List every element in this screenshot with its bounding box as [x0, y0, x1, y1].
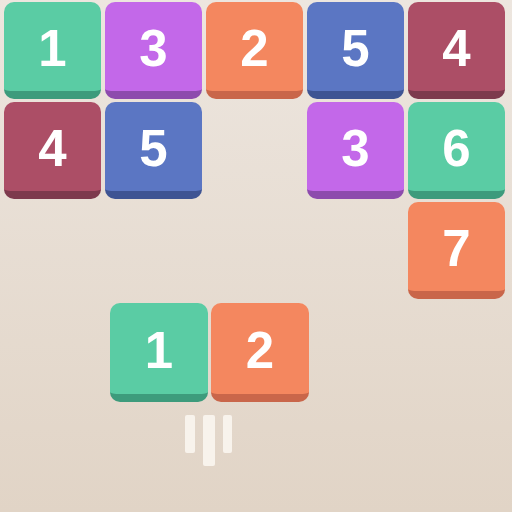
- tile-r3c5[interactable]: 7: [408, 202, 505, 299]
- tile-r1c3[interactable]: 2: [206, 2, 303, 99]
- tile-r2c4[interactable]: 3: [307, 102, 404, 199]
- game-screen: 1325445367 12: [0, 0, 512, 512]
- tile-r1c2[interactable]: 3: [105, 2, 202, 99]
- aim-bar-right: [223, 415, 232, 453]
- tile-number: 2: [240, 23, 268, 74]
- tile-number: 1: [38, 23, 66, 74]
- tile-r1c4[interactable]: 5: [307, 2, 404, 99]
- aim-bar-left: [185, 415, 195, 453]
- tile-number: 5: [341, 23, 369, 74]
- tile-r2c2[interactable]: 5: [105, 102, 202, 199]
- tile-r1c5[interactable]: 4: [408, 2, 505, 99]
- tile-r1c1[interactable]: 1: [4, 2, 101, 99]
- tile-number: 2: [246, 325, 274, 376]
- tile-number: 3: [139, 23, 167, 74]
- tile-number: 7: [442, 223, 470, 274]
- tile-number: 1: [145, 325, 173, 376]
- aim-bar-middle: [203, 415, 215, 466]
- tile-r2c1[interactable]: 4: [4, 102, 101, 199]
- tile-number: 5: [139, 123, 167, 174]
- tile-number: 4: [442, 23, 470, 74]
- launcher-tile-2[interactable]: 2: [211, 303, 309, 402]
- tile-grid: 1325445367: [0, 0, 512, 512]
- launcher-tile-1[interactable]: 1: [110, 303, 208, 402]
- tile-number: 4: [38, 123, 66, 174]
- tile-number: 6: [442, 123, 470, 174]
- tile-number: 3: [341, 123, 369, 174]
- tile-r2c5[interactable]: 6: [408, 102, 505, 199]
